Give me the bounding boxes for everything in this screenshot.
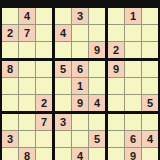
cell-r5c2[interactable] xyxy=(19,78,35,94)
cell-r8c8[interactable]: 6 xyxy=(125,131,141,147)
cell-r2c3[interactable] xyxy=(36,25,52,41)
cell-r6c2[interactable] xyxy=(19,95,35,111)
cell-r5c7[interactable] xyxy=(108,78,124,94)
cell-r5c1[interactable] xyxy=(2,78,18,94)
sudoku-grid: 43127492856912945733564849 xyxy=(2,8,158,160)
cell-r7c7[interactable] xyxy=(108,114,124,130)
cell-r1c1[interactable] xyxy=(2,8,18,24)
cell-r2c8[interactable] xyxy=(125,25,141,41)
cell-r6c4[interactable] xyxy=(55,95,71,111)
cell-r4c6[interactable] xyxy=(89,61,105,77)
cell-r9c1[interactable] xyxy=(2,148,18,160)
cell-r5c4[interactable] xyxy=(55,78,71,94)
cell-r1c8[interactable]: 1 xyxy=(125,8,141,24)
cell-r9c8[interactable]: 9 xyxy=(125,148,141,160)
cell-r4c9[interactable] xyxy=(142,61,158,77)
cell-r3c6[interactable]: 9 xyxy=(89,42,105,58)
cell-r2c7[interactable] xyxy=(108,25,124,41)
cell-r7c9[interactable] xyxy=(142,114,158,130)
cell-r1c5[interactable]: 3 xyxy=(72,8,88,24)
cell-r8c7[interactable] xyxy=(108,131,124,147)
cell-r3c9[interactable] xyxy=(142,42,158,58)
cell-r5c8[interactable] xyxy=(125,78,141,94)
cell-r9c9[interactable] xyxy=(142,148,158,160)
cell-r6c8[interactable] xyxy=(125,95,141,111)
cell-r9c2[interactable]: 8 xyxy=(19,148,35,160)
cell-r6c5[interactable]: 9 xyxy=(72,95,88,111)
cell-r9c5[interactable]: 4 xyxy=(72,148,88,160)
cell-r8c3[interactable] xyxy=(36,131,52,147)
cell-r4c2[interactable] xyxy=(19,61,35,77)
cell-r9c7[interactable] xyxy=(108,148,124,160)
cell-r6c1[interactable] xyxy=(2,95,18,111)
cell-r2c5[interactable] xyxy=(72,25,88,41)
cell-r3c7[interactable]: 2 xyxy=(108,42,124,58)
cell-r4c5[interactable]: 6 xyxy=(72,61,88,77)
cell-r2c9[interactable] xyxy=(142,25,158,41)
cell-r3c8[interactable] xyxy=(125,42,141,58)
cell-r7c5[interactable] xyxy=(72,114,88,130)
cell-r3c1[interactable] xyxy=(2,42,18,58)
cell-r4c8[interactable] xyxy=(125,61,141,77)
cell-r3c5[interactable] xyxy=(72,42,88,58)
cell-r4c1[interactable]: 8 xyxy=(2,61,18,77)
cell-r2c1[interactable]: 2 xyxy=(2,25,18,41)
cell-r4c3[interactable] xyxy=(36,61,52,77)
cell-r4c4[interactable]: 5 xyxy=(55,61,71,77)
cell-r2c2[interactable]: 7 xyxy=(19,25,35,41)
cell-r8c4[interactable] xyxy=(55,131,71,147)
cell-r7c3[interactable]: 7 xyxy=(36,114,52,130)
cell-r1c4[interactable] xyxy=(55,8,71,24)
cell-r8c6[interactable]: 5 xyxy=(89,131,105,147)
cell-r8c2[interactable] xyxy=(19,131,35,147)
cell-r9c3[interactable] xyxy=(36,148,52,160)
cell-r1c2[interactable]: 4 xyxy=(19,8,35,24)
cell-r7c8[interactable] xyxy=(125,114,141,130)
cell-r2c4[interactable]: 4 xyxy=(55,25,71,41)
cell-r5c5[interactable]: 1 xyxy=(72,78,88,94)
cell-r9c6[interactable] xyxy=(89,148,105,160)
sudoku-screenshot: 43127492856912945733564849 xyxy=(0,0,160,160)
cell-r1c3[interactable] xyxy=(36,8,52,24)
cell-r8c1[interactable]: 3 xyxy=(2,131,18,147)
cell-r7c4[interactable]: 3 xyxy=(55,114,71,130)
cell-r3c4[interactable] xyxy=(55,42,71,58)
cell-r5c3[interactable] xyxy=(36,78,52,94)
cell-r1c6[interactable] xyxy=(89,8,105,24)
cell-r8c5[interactable] xyxy=(72,131,88,147)
cell-r7c1[interactable] xyxy=(2,114,18,130)
cell-r2c6[interactable] xyxy=(89,25,105,41)
cell-r6c6[interactable]: 4 xyxy=(89,95,105,111)
cell-r1c9[interactable] xyxy=(142,8,158,24)
cell-r6c7[interactable] xyxy=(108,95,124,111)
cell-r5c9[interactable] xyxy=(142,78,158,94)
cell-r6c9[interactable]: 5 xyxy=(142,95,158,111)
cell-r3c2[interactable] xyxy=(19,42,35,58)
cell-r9c4[interactable] xyxy=(55,148,71,160)
cell-r6c3[interactable]: 2 xyxy=(36,95,52,111)
cell-r5c6[interactable] xyxy=(89,78,105,94)
cell-r8c9[interactable]: 4 xyxy=(142,131,158,147)
cell-r7c2[interactable] xyxy=(19,114,35,130)
cell-r4c7[interactable]: 9 xyxy=(108,61,124,77)
cell-r7c6[interactable] xyxy=(89,114,105,130)
cell-r3c3[interactable] xyxy=(36,42,52,58)
cell-r1c7[interactable] xyxy=(108,8,124,24)
